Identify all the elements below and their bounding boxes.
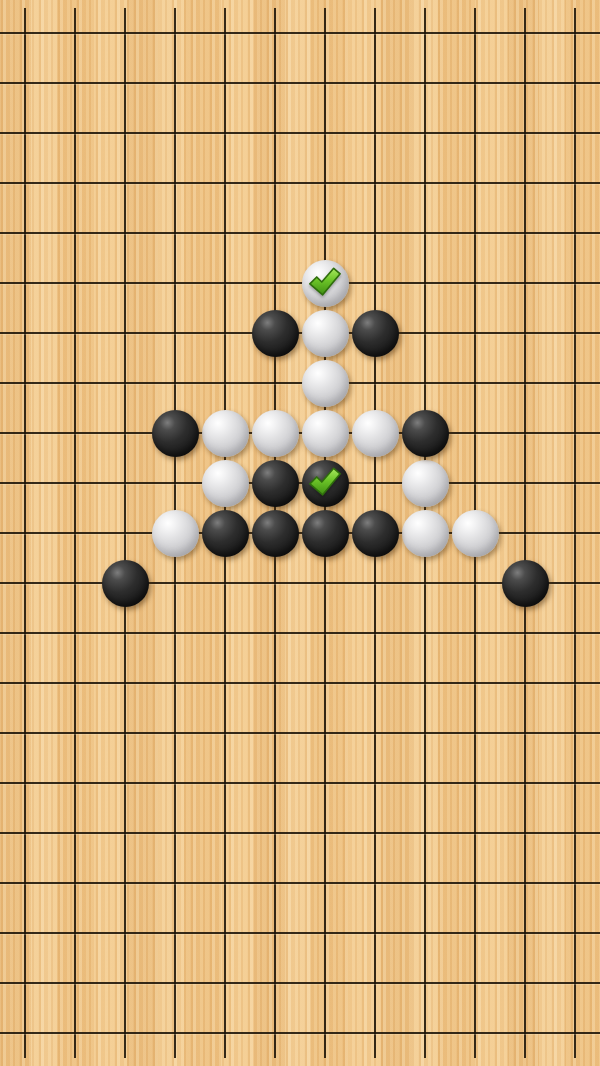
white-stone xyxy=(302,410,349,457)
grid-hline xyxy=(0,182,600,184)
grid-hline xyxy=(0,782,600,784)
black-stone xyxy=(402,410,449,457)
black-stone xyxy=(352,310,399,357)
grid-hline xyxy=(0,882,600,884)
grid-hline xyxy=(0,282,600,284)
grid-hline xyxy=(0,982,600,984)
grid-hline xyxy=(0,32,600,34)
grid-hline xyxy=(0,432,600,434)
white-stone xyxy=(302,260,349,307)
last-move-check-icon xyxy=(307,466,344,499)
white-stone xyxy=(352,410,399,457)
white-stone xyxy=(152,510,199,557)
white-stone xyxy=(302,310,349,357)
white-stone xyxy=(452,510,499,557)
last-move-check-icon xyxy=(307,266,344,299)
black-stone xyxy=(102,560,149,607)
grid-hline xyxy=(0,82,600,84)
grid-hline xyxy=(0,1032,600,1034)
black-stone xyxy=(302,460,349,507)
board-grid[interactable] xyxy=(0,8,600,1058)
black-stone xyxy=(252,460,299,507)
grid-hline xyxy=(0,332,600,334)
grid-hline xyxy=(0,832,600,834)
black-stone xyxy=(202,510,249,557)
black-stone xyxy=(152,410,199,457)
black-stone xyxy=(352,510,399,557)
grid-hline xyxy=(0,932,600,934)
grid-hline xyxy=(0,632,600,634)
black-stone xyxy=(302,510,349,557)
grid-hline xyxy=(0,532,600,534)
black-stone xyxy=(252,510,299,557)
grid-hline xyxy=(0,382,600,384)
grid-hline xyxy=(0,682,600,684)
grid-hline xyxy=(0,482,600,484)
grid-hline xyxy=(0,732,600,734)
white-stone xyxy=(402,510,449,557)
grid-hline xyxy=(0,132,600,134)
white-stone xyxy=(302,360,349,407)
white-stone xyxy=(202,460,249,507)
white-stone xyxy=(202,410,249,457)
black-stone xyxy=(252,310,299,357)
white-stone xyxy=(252,410,299,457)
black-stone xyxy=(502,560,549,607)
white-stone xyxy=(402,460,449,507)
grid-hline xyxy=(0,232,600,234)
gomoku-screen xyxy=(0,0,600,1066)
